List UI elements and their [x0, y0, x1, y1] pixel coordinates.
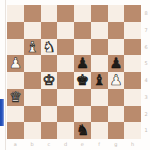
square-f2[interactable] — [91, 106, 108, 123]
square-g5[interactable]: ♟ — [108, 55, 125, 72]
square-e3[interactable] — [74, 89, 91, 106]
square-b6[interactable]: ♝ — [24, 39, 41, 56]
rank-label-7: 7 — [143, 22, 150, 39]
square-e1[interactable]: ♞ — [74, 122, 91, 139]
black-pawn-g5[interactable]: ♟ — [109, 56, 122, 71]
square-a5[interactable]: ♟ — [7, 55, 24, 72]
square-f5[interactable] — [91, 55, 108, 72]
rank-label-5: 5 — [143, 55, 150, 72]
square-e2[interactable] — [74, 106, 91, 123]
file-label-d: d — [57, 141, 74, 148]
square-d1[interactable] — [57, 122, 74, 139]
white-pawn-a5[interactable]: ♟ — [9, 56, 22, 71]
white-queen-a3[interactable]: ♛ — [9, 89, 22, 104]
square-f8[interactable] — [91, 5, 108, 22]
square-f4[interactable]: ♝ — [91, 72, 108, 89]
panel-divider-line — [5, 0, 6, 150]
square-d7[interactable] — [57, 22, 74, 39]
square-b2[interactable] — [24, 106, 41, 123]
square-e5[interactable]: ♟ — [74, 55, 91, 72]
file-label-f: f — [91, 141, 108, 148]
square-a8[interactable] — [7, 5, 24, 22]
square-d5[interactable] — [57, 55, 74, 72]
rank-label-1: 1 — [143, 122, 150, 139]
rank-label-3: 3 — [143, 89, 150, 106]
square-c8[interactable] — [41, 5, 58, 22]
square-a4[interactable] — [7, 72, 24, 89]
square-a1[interactable] — [7, 122, 24, 139]
square-h1[interactable] — [124, 122, 141, 139]
square-d8[interactable] — [57, 5, 74, 22]
square-b4[interactable] — [24, 72, 41, 89]
square-b8[interactable] — [24, 5, 41, 22]
square-h5[interactable] — [124, 55, 141, 72]
square-c6[interactable]: ♞ — [41, 39, 58, 56]
square-g1[interactable] — [108, 122, 125, 139]
file-label-b: b — [24, 141, 41, 148]
black-pawn-e5[interactable]: ♟ — [76, 56, 89, 71]
square-e7[interactable] — [74, 22, 91, 39]
square-g2[interactable] — [108, 106, 125, 123]
square-c2[interactable] — [41, 106, 58, 123]
white-bishop-b6[interactable]: ♝ — [26, 39, 39, 54]
square-d4[interactable] — [57, 72, 74, 89]
square-a6[interactable] — [7, 39, 24, 56]
square-c4[interactable]: ♚ — [41, 72, 58, 89]
blue-side-strip — [0, 99, 4, 126]
square-g4[interactable]: ♟ — [108, 72, 125, 89]
square-a2[interactable] — [7, 106, 24, 123]
square-g6[interactable] — [108, 39, 125, 56]
file-label-g: g — [108, 141, 125, 148]
square-h3[interactable] — [124, 89, 141, 106]
square-c3[interactable] — [41, 89, 58, 106]
white-pawn-g4[interactable]: ♟ — [109, 73, 122, 88]
black-king-e4[interactable]: ♚ — [76, 73, 89, 88]
rank-label-2: 2 — [143, 106, 150, 123]
square-b5[interactable] — [24, 55, 41, 72]
chess-board: ♝♞♟♟♟♚♚♝♟♛♞ — [7, 5, 141, 139]
white-king-c4[interactable]: ♚ — [42, 73, 55, 88]
square-f6[interactable] — [91, 39, 108, 56]
file-label-h: h — [124, 141, 141, 148]
square-f7[interactable] — [91, 22, 108, 39]
square-g8[interactable] — [108, 5, 125, 22]
rank-label-4: 4 — [143, 72, 150, 89]
square-c7[interactable] — [41, 22, 58, 39]
square-e4[interactable]: ♚ — [74, 72, 91, 89]
rank-label-8: 8 — [143, 5, 150, 22]
square-d6[interactable] — [57, 39, 74, 56]
square-c5[interactable] — [41, 55, 58, 72]
square-g3[interactable] — [108, 89, 125, 106]
square-f1[interactable] — [91, 122, 108, 139]
square-b1[interactable] — [24, 122, 41, 139]
square-c1[interactable] — [41, 122, 58, 139]
square-g7[interactable] — [108, 22, 125, 39]
square-b3[interactable] — [24, 89, 41, 106]
square-f3[interactable] — [91, 89, 108, 106]
square-h4[interactable] — [124, 72, 141, 89]
file-label-a: a — [7, 141, 24, 148]
square-e8[interactable] — [74, 5, 91, 22]
square-a7[interactable] — [7, 22, 24, 39]
square-h7[interactable] — [124, 22, 141, 39]
white-knight-c6[interactable]: ♞ — [42, 39, 55, 54]
file-label-e: e — [74, 141, 91, 148]
black-knight-e1[interactable]: ♞ — [76, 123, 89, 138]
black-bishop-f4[interactable]: ♝ — [93, 73, 106, 88]
square-h2[interactable] — [124, 106, 141, 123]
square-h6[interactable] — [124, 39, 141, 56]
rank-label-6: 6 — [143, 39, 150, 56]
square-d3[interactable] — [57, 89, 74, 106]
square-e6[interactable] — [74, 39, 91, 56]
square-b7[interactable] — [24, 22, 41, 39]
file-label-c: c — [41, 141, 58, 148]
square-h8[interactable] — [124, 5, 141, 22]
square-a3[interactable]: ♛ — [7, 89, 24, 106]
square-d2[interactable] — [57, 106, 74, 123]
